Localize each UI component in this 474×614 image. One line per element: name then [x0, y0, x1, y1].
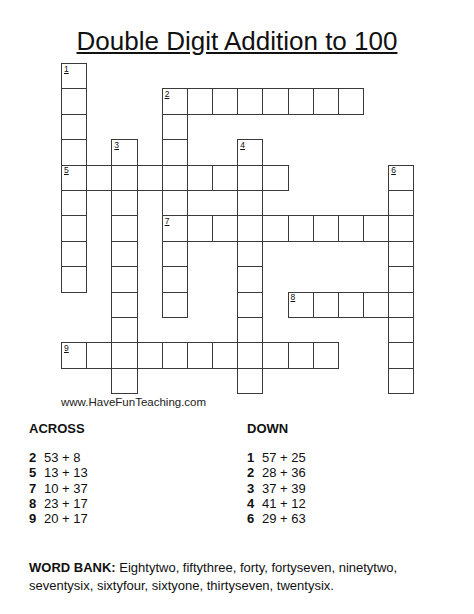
- grid-cell-r11c10[interactable]: [313, 342, 339, 368]
- grid-cell-r8c2[interactable]: [111, 266, 137, 292]
- down-clue-text: 28 + 36: [262, 465, 306, 480]
- grid-cell-r11c8[interactable]: [262, 342, 288, 368]
- grid-cell-r3c2[interactable]: 3: [111, 139, 137, 165]
- clue-number-6: 6: [391, 166, 396, 175]
- clue-number-8: 8: [291, 293, 296, 302]
- grid-cell-r11c13[interactable]: [388, 342, 414, 368]
- grid-cell-r6c5[interactable]: [187, 215, 213, 241]
- grid-cell-r5c7[interactable]: [237, 190, 263, 216]
- across-clue-2: 253 + 8: [29, 450, 247, 465]
- grid-cell-r7c0[interactable]: [61, 241, 87, 267]
- worksheet-page: Double Digit Addition to 100 123456789 w…: [0, 0, 474, 614]
- grid-cell-r11c3[interactable]: [137, 342, 163, 368]
- across-clues-column: ACROSS 253 + 8513 + 13710 + 37823 + 1792…: [29, 421, 247, 526]
- clue-number-5: 5: [64, 166, 69, 175]
- word-bank-label: WORD BANK:: [29, 560, 116, 575]
- grid-cell-r1c9[interactable]: [288, 88, 314, 114]
- grid-cell-r11c6[interactable]: [212, 342, 238, 368]
- grid-cell-r4c1[interactable]: [86, 165, 112, 191]
- grid-cell-r11c9[interactable]: [288, 342, 314, 368]
- grid-cell-r12c13[interactable]: [388, 368, 414, 394]
- grid-cell-r6c0[interactable]: [61, 215, 87, 241]
- grid-cell-r1c0[interactable]: [61, 88, 87, 114]
- grid-cell-r6c4[interactable]: 7: [162, 215, 188, 241]
- grid-cell-r5c0[interactable]: [61, 190, 87, 216]
- grid-cell-r9c10[interactable]: [313, 292, 339, 318]
- grid-cell-r4c3[interactable]: [137, 165, 163, 191]
- grid-cell-r10c2[interactable]: [111, 317, 137, 343]
- grid-cell-r4c8[interactable]: [262, 165, 288, 191]
- grid-cell-r9c12[interactable]: [363, 292, 389, 318]
- grid-cell-r4c2[interactable]: [111, 165, 137, 191]
- down-clue-text: 37 + 39: [262, 481, 306, 496]
- across-clue-number: 8: [29, 496, 44, 511]
- grid-cell-r6c6[interactable]: [212, 215, 238, 241]
- grid-cell-r9c2[interactable]: [111, 292, 137, 318]
- grid-cell-r6c10[interactable]: [313, 215, 339, 241]
- grid-cell-r7c13[interactable]: [388, 241, 414, 267]
- grid-cell-r2c0[interactable]: [61, 114, 87, 140]
- grid-cell-r4c6[interactable]: [212, 165, 238, 191]
- grid-cell-r9c4[interactable]: [162, 292, 188, 318]
- across-clue-text: 13 + 13: [44, 465, 88, 480]
- grid-cell-r6c11[interactable]: [338, 215, 364, 241]
- grid-cell-r6c8[interactable]: [262, 215, 288, 241]
- down-clue-number: 6: [247, 511, 262, 526]
- clue-number-4: 4: [240, 141, 245, 150]
- grid-cell-r11c1[interactable]: [86, 342, 112, 368]
- grid-cell-r6c7[interactable]: [237, 215, 263, 241]
- down-clues-column: DOWN 157 + 25228 + 36337 + 39441 + 12629…: [247, 421, 449, 526]
- grid-cell-r5c13[interactable]: [388, 190, 414, 216]
- grid-cell-r1c4[interactable]: 2: [162, 88, 188, 114]
- grid-cell-r10c13[interactable]: [388, 317, 414, 343]
- grid-cell-r7c4[interactable]: [162, 241, 188, 267]
- clue-number-1: 1: [64, 65, 69, 74]
- down-clue-1: 157 + 25: [247, 450, 449, 465]
- grid-cell-r9c9[interactable]: 8: [288, 292, 314, 318]
- clue-number-2: 2: [165, 90, 170, 99]
- grid-cell-r8c4[interactable]: [162, 266, 188, 292]
- across-clue-text: 20 + 17: [44, 511, 88, 526]
- down-clue-list: 157 + 25228 + 36337 + 39441 + 12629 + 63: [247, 450, 449, 526]
- clue-number-3: 3: [114, 141, 119, 150]
- grid-cell-r10c7[interactable]: [237, 317, 263, 343]
- clue-number-7: 7: [165, 217, 170, 226]
- grid-cell-r1c8[interactable]: [262, 88, 288, 114]
- across-clue-text: 23 + 17: [44, 496, 88, 511]
- grid-cell-r9c13[interactable]: [388, 292, 414, 318]
- grid-cell-r2c4[interactable]: [162, 114, 188, 140]
- clues-section: ACROSS 253 + 8513 + 13710 + 37823 + 1792…: [29, 421, 449, 526]
- grid-cell-r6c13[interactable]: [388, 215, 414, 241]
- down-clue-number: 3: [247, 481, 262, 496]
- across-clue-text: 53 + 8: [44, 450, 81, 465]
- grid-cell-r8c0[interactable]: [61, 266, 87, 292]
- down-clue-text: 41 + 12: [262, 496, 306, 511]
- down-clue-6: 629 + 63: [247, 511, 449, 526]
- grid-cell-r4c4[interactable]: [162, 165, 188, 191]
- grid-cell-r12c7[interactable]: [237, 368, 263, 394]
- grid-cell-r11c0[interactable]: 9: [61, 342, 87, 368]
- grid-cell-r3c0[interactable]: [61, 139, 87, 165]
- grid-cell-r11c5[interactable]: [187, 342, 213, 368]
- down-clue-text: 57 + 25: [262, 450, 306, 465]
- grid-cell-r6c9[interactable]: [288, 215, 314, 241]
- down-clue-text: 29 + 63: [262, 511, 306, 526]
- grid-cell-r1c7[interactable]: [237, 88, 263, 114]
- grid-cell-r12c2[interactable]: [111, 368, 137, 394]
- grid-cell-r9c11[interactable]: [338, 292, 364, 318]
- grid-cell-r3c4[interactable]: [162, 139, 188, 165]
- grid-cell-r6c2[interactable]: [111, 215, 137, 241]
- grid-cell-r5c2[interactable]: [111, 190, 137, 216]
- grid-cell-r7c2[interactable]: [111, 241, 137, 267]
- across-header: ACROSS: [29, 421, 247, 436]
- down-clue-number: 2: [247, 465, 262, 480]
- across-clue-number: 2: [29, 450, 44, 465]
- across-clue-5: 513 + 13: [29, 465, 247, 480]
- across-clue-8: 823 + 17: [29, 496, 247, 511]
- grid-cell-r1c11[interactable]: [338, 88, 364, 114]
- grid-cell-r1c10[interactable]: [313, 88, 339, 114]
- grid-cell-r9c7[interactable]: [237, 292, 263, 318]
- grid-cell-r5c4[interactable]: [162, 190, 188, 216]
- down-clue-3: 337 + 39: [247, 481, 449, 496]
- source-url: www.HaveFunTeaching.com: [61, 396, 206, 408]
- grid-cell-r8c13[interactable]: [388, 266, 414, 292]
- across-clue-7: 710 + 37: [29, 481, 247, 496]
- across-clue-number: 5: [29, 465, 44, 480]
- grid-cell-r1c5[interactable]: [187, 88, 213, 114]
- grid-cell-r0c0[interactable]: 1: [61, 63, 87, 89]
- across-clue-text: 10 + 37: [44, 481, 88, 496]
- grid-cell-r7c7[interactable]: [237, 241, 263, 267]
- grid-cell-r11c2[interactable]: [111, 342, 137, 368]
- page-title: Double Digit Addition to 100: [0, 28, 474, 54]
- grid-cell-r4c5[interactable]: [187, 165, 213, 191]
- clue-number-9: 9: [64, 344, 69, 353]
- grid-cell-r4c13[interactable]: 6: [388, 165, 414, 191]
- word-bank: WORD BANK: Eightytwo, fiftythree, forty,…: [29, 559, 419, 594]
- grid-cell-r6c12[interactable]: [363, 215, 389, 241]
- across-clue-9: 920 + 17: [29, 511, 247, 526]
- down-header: DOWN: [247, 421, 449, 436]
- grid-cell-r11c4[interactable]: [162, 342, 188, 368]
- grid-cell-r4c7[interactable]: [237, 165, 263, 191]
- grid-cell-r4c0[interactable]: 5: [61, 165, 87, 191]
- grid-cell-r3c7[interactable]: 4: [237, 139, 263, 165]
- down-clue-4: 441 + 12: [247, 496, 449, 511]
- across-clue-list: 253 + 8513 + 13710 + 37823 + 17920 + 17: [29, 450, 247, 526]
- across-clue-number: 7: [29, 481, 44, 496]
- down-clue-2: 228 + 36: [247, 465, 449, 480]
- grid-cell-r11c7[interactable]: [237, 342, 263, 368]
- down-clue-number: 4: [247, 496, 262, 511]
- across-clue-number: 9: [29, 511, 44, 526]
- grid-cell-r1c6[interactable]: [212, 88, 238, 114]
- down-clue-number: 1: [247, 450, 262, 465]
- crossword-grid: 123456789: [61, 63, 415, 394]
- grid-cell-r8c7[interactable]: [237, 266, 263, 292]
